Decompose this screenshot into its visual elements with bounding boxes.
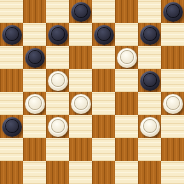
square-b2[interactable] xyxy=(23,138,46,161)
square-f5 xyxy=(115,69,138,92)
square-g5[interactable] xyxy=(138,69,161,92)
square-g6 xyxy=(138,46,161,69)
white-piece-c5[interactable] xyxy=(48,71,68,91)
square-c7[interactable] xyxy=(46,23,69,46)
square-a6 xyxy=(0,46,23,69)
square-e6 xyxy=(92,46,115,69)
square-h1 xyxy=(161,161,184,184)
white-piece-d4[interactable] xyxy=(71,94,91,114)
square-f4[interactable] xyxy=(115,92,138,115)
square-e8 xyxy=(92,0,115,23)
square-g2 xyxy=(138,138,161,161)
square-g4 xyxy=(138,92,161,115)
square-a7[interactable] xyxy=(0,23,23,46)
white-piece-f6[interactable] xyxy=(117,48,137,68)
square-d4[interactable] xyxy=(69,92,92,115)
square-e2 xyxy=(92,138,115,161)
square-h3 xyxy=(161,115,184,138)
checkers-board xyxy=(0,0,184,184)
square-c1[interactable] xyxy=(46,161,69,184)
square-d7 xyxy=(69,23,92,46)
black-piece-h8[interactable] xyxy=(163,2,183,22)
square-b5 xyxy=(23,69,46,92)
square-e4 xyxy=(92,92,115,115)
square-g3[interactable] xyxy=(138,115,161,138)
square-h2[interactable] xyxy=(161,138,184,161)
square-f7 xyxy=(115,23,138,46)
square-e3[interactable] xyxy=(92,115,115,138)
square-b6[interactable] xyxy=(23,46,46,69)
black-piece-g7[interactable] xyxy=(140,25,160,45)
square-b7 xyxy=(23,23,46,46)
square-d6[interactable] xyxy=(69,46,92,69)
square-b3 xyxy=(23,115,46,138)
square-f6[interactable] xyxy=(115,46,138,69)
white-piece-g3[interactable] xyxy=(140,117,160,137)
square-c2 xyxy=(46,138,69,161)
square-c4 xyxy=(46,92,69,115)
black-piece-e7[interactable] xyxy=(94,25,114,45)
square-f8[interactable] xyxy=(115,0,138,23)
square-d5 xyxy=(69,69,92,92)
square-b1 xyxy=(23,161,46,184)
black-piece-d8[interactable] xyxy=(71,2,91,22)
square-f3 xyxy=(115,115,138,138)
white-piece-c3[interactable] xyxy=(48,117,68,137)
square-c3[interactable] xyxy=(46,115,69,138)
square-g1[interactable] xyxy=(138,161,161,184)
square-f1 xyxy=(115,161,138,184)
square-a8 xyxy=(0,0,23,23)
white-piece-b4[interactable] xyxy=(25,94,45,114)
square-g7[interactable] xyxy=(138,23,161,46)
square-c6 xyxy=(46,46,69,69)
square-c5[interactable] xyxy=(46,69,69,92)
square-e7[interactable] xyxy=(92,23,115,46)
square-b4[interactable] xyxy=(23,92,46,115)
square-c8 xyxy=(46,0,69,23)
white-piece-h4[interactable] xyxy=(163,94,183,114)
square-a4 xyxy=(0,92,23,115)
square-d1 xyxy=(69,161,92,184)
square-d3 xyxy=(69,115,92,138)
black-piece-c7[interactable] xyxy=(48,25,68,45)
black-piece-b6[interactable] xyxy=(25,48,45,68)
black-piece-g5[interactable] xyxy=(140,71,160,91)
square-f2[interactable] xyxy=(115,138,138,161)
square-a2 xyxy=(0,138,23,161)
square-e1[interactable] xyxy=(92,161,115,184)
square-h4[interactable] xyxy=(161,92,184,115)
square-h8[interactable] xyxy=(161,0,184,23)
black-piece-a7[interactable] xyxy=(2,25,22,45)
square-e5[interactable] xyxy=(92,69,115,92)
square-h6[interactable] xyxy=(161,46,184,69)
square-h7 xyxy=(161,23,184,46)
square-a1[interactable] xyxy=(0,161,23,184)
square-a5[interactable] xyxy=(0,69,23,92)
square-d8[interactable] xyxy=(69,0,92,23)
square-a3[interactable] xyxy=(0,115,23,138)
square-g8 xyxy=(138,0,161,23)
square-d2[interactable] xyxy=(69,138,92,161)
square-h5 xyxy=(161,69,184,92)
square-b8[interactable] xyxy=(23,0,46,23)
black-piece-a3[interactable] xyxy=(2,117,22,137)
